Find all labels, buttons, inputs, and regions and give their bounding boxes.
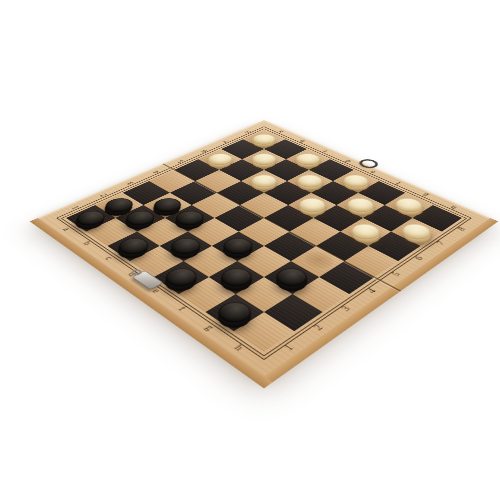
dark-checker-b2[interactable] xyxy=(121,208,159,228)
dark-checker-e3[interactable] xyxy=(218,235,258,258)
dark-checker-c3[interactable] xyxy=(171,208,209,228)
dark-checker-d2[interactable] xyxy=(166,235,206,258)
dark-checker-c1[interactable] xyxy=(113,235,153,258)
light-checker-d7[interactable] xyxy=(292,172,327,190)
light-checker-a6[interactable] xyxy=(203,151,237,167)
dark-checker-g1[interactable] xyxy=(212,298,257,327)
dark-checker-e1[interactable] xyxy=(160,265,203,290)
light-checker-e6[interactable] xyxy=(294,196,331,215)
dark-checker-g3[interactable] xyxy=(270,265,313,290)
light-checker-a8[interactable] xyxy=(248,132,280,147)
light-checker-f7[interactable] xyxy=(342,196,379,215)
light-checker-h7[interactable] xyxy=(397,221,436,243)
folding-chessboard: aa88bb77cc66dd55ee44ff33gg22hh11 xyxy=(38,120,491,377)
product-photo-scene: aa88bb77cc66dd55ee44ff33gg22hh11 xyxy=(0,0,500,500)
light-checker-e8[interactable] xyxy=(338,172,373,190)
dark-checker-a1[interactable] xyxy=(72,208,110,228)
light-checker-c8[interactable] xyxy=(291,151,325,167)
pieces-layer xyxy=(38,120,491,377)
light-checker-g8[interactable] xyxy=(390,196,427,215)
dark-checker-f2[interactable] xyxy=(215,265,258,290)
light-checker-c6[interactable] xyxy=(246,172,281,190)
light-checker-g6[interactable] xyxy=(346,221,385,243)
light-checker-b7[interactable] xyxy=(247,151,281,167)
